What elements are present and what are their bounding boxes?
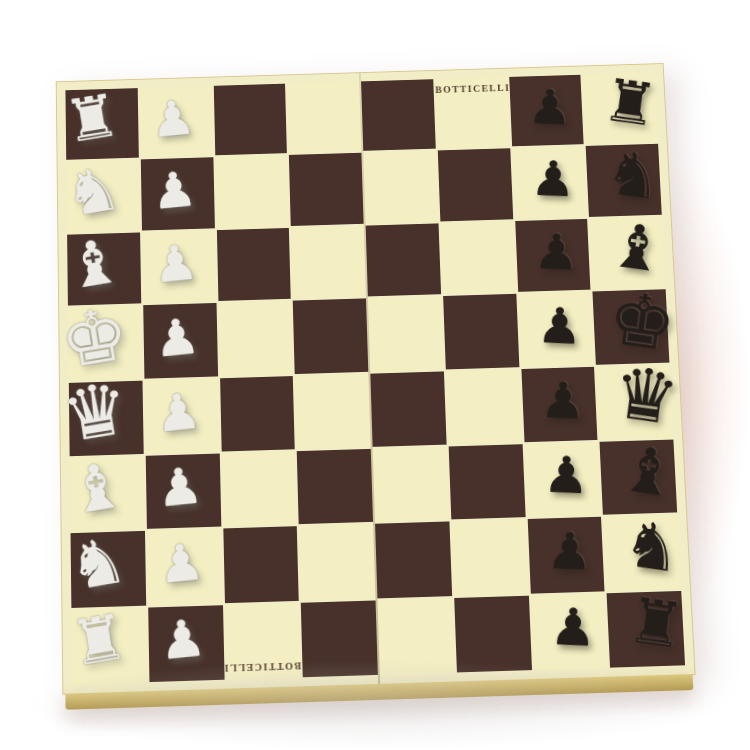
white-pawn[interactable]: ♟ — [153, 385, 203, 439]
board-square[interactable] — [287, 81, 361, 153]
board-square[interactable]: ♟ — [530, 593, 608, 670]
board-square[interactable]: ♜ — [583, 73, 658, 145]
black-rook[interactable]: ♜ — [600, 71, 662, 136]
board-square[interactable] — [361, 79, 435, 151]
board-square[interactable]: ♞ — [71, 531, 146, 608]
white-knight[interactable]: ♞ — [60, 156, 125, 225]
board-square[interactable]: ♟ — [141, 158, 215, 231]
board-square[interactable] — [377, 598, 454, 675]
white-pawn[interactable]: ♟ — [152, 311, 202, 365]
board-square[interactable] — [375, 522, 452, 598]
white-bishop[interactable]: ♝ — [64, 452, 131, 524]
board-square[interactable]: ♜ — [607, 591, 685, 668]
board-square[interactable]: ♞ — [603, 515, 681, 591]
white-pawn[interactable]: ♟ — [149, 164, 198, 217]
board-square[interactable] — [443, 294, 519, 370]
black-pawn[interactable]: ♟ — [542, 449, 589, 501]
board-square[interactable]: BOTTICELLI — [435, 77, 510, 149]
black-knight[interactable]: ♞ — [602, 141, 666, 209]
board-square[interactable] — [373, 446, 449, 522]
black-pawn[interactable]: ♟ — [545, 525, 593, 578]
board-square[interactable] — [220, 376, 295, 451]
white-pawn[interactable]: ♟ — [154, 460, 204, 515]
board-square[interactable] — [446, 369, 522, 444]
white-pawn[interactable]: ♟ — [150, 237, 200, 290]
board-square[interactable] — [451, 519, 528, 595]
white-rook[interactable]: ♜ — [67, 605, 132, 676]
board-square[interactable]: ♛ — [69, 381, 144, 456]
black-pawn[interactable]: ♟ — [526, 82, 572, 132]
board-square[interactable] — [216, 228, 291, 301]
board-square[interactable] — [301, 600, 378, 677]
black-pawn[interactable]: ♟ — [549, 601, 597, 654]
board-square[interactable]: ♛ — [596, 365, 673, 440]
board-square[interactable]: ♟ — [509, 75, 584, 147]
board-square[interactable] — [218, 301, 293, 377]
photo-background: ♜♟BOTTICELLI♟♜♞♟♟♞♝♟♟♝♚♟♟♚♛♟♟♛♝♟♟♝♞♟♟♞♜♟… — [0, 0, 750, 750]
board-square[interactable]: ♜ — [71, 607, 147, 684]
board-square[interactable]: ♟ — [515, 219, 591, 292]
white-knight[interactable]: ♞ — [65, 527, 132, 600]
board-square[interactable]: ♟ — [524, 442, 601, 518]
white-bishop[interactable]: ♝ — [61, 229, 127, 299]
board-grid: ♜♟BOTTICELLI♟♜♞♟♟♞♝♟♟♝♚♟♟♚♛♟♟♛♝♟♟♝♞♟♟♞♜♟… — [56, 63, 696, 695]
chess-board: ♜♟BOTTICELLI♟♜♞♟♟♞♝♟♟♝♚♟♟♚♛♟♟♛♝♟♟♝♞♟♟♞♜♟… — [56, 63, 697, 710]
black-queen[interactable]: ♛ — [608, 356, 683, 437]
board-square[interactable]: ♟ — [139, 86, 212, 158]
board-square[interactable]: ♟ — [143, 303, 218, 379]
board-square[interactable]: ♟ — [512, 146, 588, 219]
board-square[interactable] — [215, 155, 289, 228]
board-square[interactable]: ♝ — [70, 456, 145, 532]
board-square[interactable] — [213, 84, 287, 156]
brand-label: BOTTICELLI — [435, 83, 507, 95]
board-square[interactable]: ♟ — [147, 529, 223, 605]
black-pawn[interactable]: ♟ — [539, 375, 586, 427]
board-square[interactable] — [438, 149, 513, 222]
white-pawn[interactable]: ♟ — [156, 535, 207, 591]
white-queen[interactable]: ♛ — [57, 372, 134, 454]
board-square[interactable]: ♝ — [600, 439, 677, 515]
board-square[interactable]: ♟ — [144, 379, 219, 454]
black-pawn[interactable]: ♟ — [529, 154, 576, 204]
board-square[interactable] — [440, 221, 516, 294]
board-square[interactable]: ♞ — [66, 160, 140, 233]
board-square[interactable]: ♟ — [521, 367, 598, 442]
board-square[interactable] — [289, 153, 364, 226]
board-square[interactable]: BOTTICELLI — [224, 602, 300, 679]
black-rook[interactable]: ♜ — [625, 588, 689, 658]
board-square[interactable] — [368, 296, 444, 372]
white-pawn[interactable]: ♟ — [148, 92, 197, 144]
board-square[interactable]: ♞ — [586, 144, 662, 217]
black-bishop[interactable]: ♝ — [606, 213, 670, 282]
board-square[interactable] — [299, 524, 375, 600]
board-square[interactable]: ♜ — [65, 88, 138, 160]
board-square[interactable] — [291, 226, 366, 299]
black-knight[interactable]: ♞ — [620, 511, 686, 582]
board-square[interactable] — [370, 372, 446, 447]
black-bishop[interactable]: ♝ — [616, 436, 681, 507]
white-rook[interactable]: ♜ — [61, 86, 124, 152]
board-square[interactable] — [366, 223, 441, 296]
black-king[interactable]: ♚ — [604, 281, 680, 363]
board-square[interactable] — [363, 151, 438, 224]
board-square[interactable] — [454, 595, 532, 672]
board-square[interactable] — [221, 451, 297, 527]
black-pawn[interactable]: ♟ — [532, 226, 579, 277]
board-square[interactable] — [297, 449, 373, 525]
board-square[interactable]: ♟ — [142, 230, 216, 304]
brand-label: BOTTICELLI — [226, 660, 301, 673]
board-square[interactable] — [293, 299, 368, 375]
board-square[interactable]: ♟ — [527, 517, 605, 593]
white-pawn[interactable]: ♟ — [157, 612, 208, 668]
board-square[interactable]: ♟ — [518, 292, 594, 368]
board-square[interactable]: ♟ — [145, 453, 220, 529]
board-square[interactable] — [223, 526, 299, 602]
board-square[interactable] — [295, 374, 371, 449]
board-square[interactable]: ♟ — [148, 605, 224, 682]
black-pawn[interactable]: ♟ — [536, 300, 583, 351]
board-square[interactable] — [448, 444, 525, 520]
